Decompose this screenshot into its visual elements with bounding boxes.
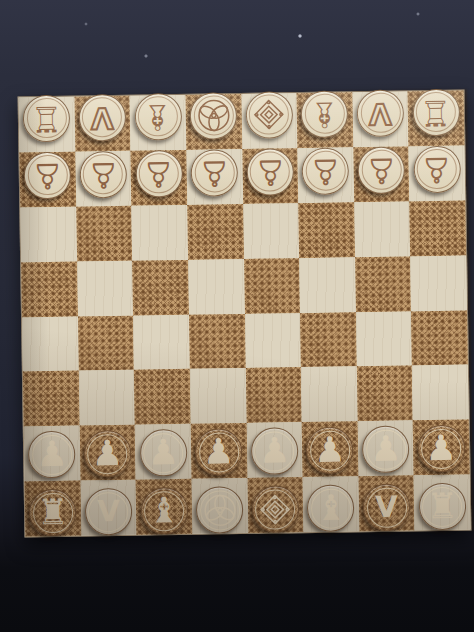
white-king-glyph [257, 491, 294, 528]
square-c3[interactable] [134, 369, 190, 425]
square-e6[interactable] [243, 203, 299, 259]
celtic-knot-icon [251, 97, 288, 134]
square-c4[interactable] [133, 314, 189, 370]
square-d2[interactable]: ♟ [191, 423, 247, 479]
black-pawn-glyph: ♙ [143, 156, 175, 191]
black-knight-glyph: V [369, 99, 392, 128]
triquetra-icon [201, 492, 238, 529]
white-bishop-glyph: ♝ [315, 490, 347, 525]
piece-black-king[interactable] [245, 91, 293, 139]
square-h2[interactable]: ♟ [413, 420, 469, 476]
square-b5[interactable] [77, 260, 133, 316]
square-d7[interactable]: ♙ [186, 149, 242, 205]
piece-black-knight[interactable]: V [78, 94, 126, 142]
square-f7[interactable]: ♙ [298, 147, 354, 203]
piece-black-pawn[interactable]: ♙ [246, 148, 294, 196]
piece-black-pawn[interactable]: ♙ [135, 150, 183, 198]
square-f3[interactable] [301, 367, 357, 423]
square-h5[interactable] [410, 255, 466, 311]
black-pawn-glyph: ♙ [254, 154, 286, 189]
square-b8[interactable]: V [74, 96, 130, 152]
white-rook-glyph: ♜ [37, 495, 69, 530]
square-f5[interactable] [299, 257, 355, 313]
square-a4[interactable] [22, 316, 78, 372]
square-e8[interactable] [241, 93, 297, 149]
black-bishop-glyph: ♗ [309, 96, 341, 131]
white-bishop-glyph: ♝ [148, 493, 180, 528]
square-c5[interactable] [132, 260, 188, 316]
square-e7[interactable]: ♙ [242, 148, 298, 204]
square-a2[interactable]: ♟ [24, 426, 80, 482]
piece-black-rook[interactable]: ♖ [23, 95, 71, 143]
square-g3[interactable] [357, 366, 413, 422]
white-pawn-glyph: ♟ [259, 433, 291, 468]
piece-white-rook[interactable]: ♜ [418, 483, 466, 531]
square-g1[interactable]: V [358, 475, 414, 531]
square-g7[interactable]: ♙ [353, 146, 409, 202]
white-pawn-glyph: ♟ [147, 435, 179, 470]
black-pawn-glyph: ♙ [365, 152, 397, 187]
black-pawn-glyph: ♙ [198, 155, 230, 190]
square-h4[interactable] [411, 310, 467, 366]
square-d5[interactable] [188, 259, 244, 315]
piece-white-pawn[interactable]: ♟ [306, 426, 354, 474]
piece-black-pawn[interactable]: ♙ [79, 151, 127, 199]
white-pawn-glyph: ♟ [36, 437, 68, 472]
piece-black-pawn[interactable]: ♙ [357, 146, 405, 194]
square-c8[interactable]: ♗ [130, 95, 186, 151]
piece-white-pawn[interactable]: ♟ [84, 430, 132, 478]
black-queen-glyph [195, 98, 232, 135]
piece-white-bishop[interactable]: ♝ [307, 484, 355, 532]
black-pawn-glyph: ♙ [310, 153, 342, 188]
square-b7[interactable]: ♙ [75, 151, 131, 207]
white-pawn-glyph: ♟ [314, 433, 346, 468]
square-c7[interactable]: ♙ [131, 150, 187, 206]
square-a6[interactable] [20, 206, 76, 262]
square-h3[interactable] [412, 365, 468, 421]
square-a3[interactable] [23, 371, 79, 427]
chess-board[interactable]: ♖V♗♗V♖♙♙♙♙♙♙♙♙♟♟♟♟♟♟♟♟♜V♝♝V♜ [19, 91, 471, 537]
square-g5[interactable] [355, 256, 411, 312]
white-knight-glyph: V [375, 493, 398, 522]
square-h8[interactable]: ♖ [408, 91, 464, 147]
piece-black-rook[interactable]: ♖ [412, 89, 460, 137]
black-rook-glyph: ♖ [420, 95, 452, 130]
piece-black-knight[interactable]: V [357, 89, 405, 137]
piece-black-queen[interactable] [190, 92, 238, 140]
white-pawn-glyph: ♟ [92, 436, 124, 471]
black-pawn-glyph: ♙ [32, 158, 64, 193]
square-d1[interactable] [191, 478, 247, 534]
chess-board-wrap: ♖V♗♗V♖♙♙♙♙♙♙♙♙♟♟♟♟♟♟♟♟♜V♝♝V♜ [18, 90, 472, 538]
piece-white-pawn[interactable]: ♟ [28, 431, 76, 479]
white-knight-glyph: V [97, 497, 120, 526]
square-g6[interactable] [354, 201, 410, 257]
piece-white-king[interactable] [252, 485, 300, 533]
photo-backdrop: ♖V♗♗V♖♙♙♙♙♙♙♙♙♟♟♟♟♟♟♟♟♜V♝♝V♜ [0, 0, 474, 632]
square-f2[interactable]: ♟ [302, 421, 358, 477]
square-f4[interactable] [300, 312, 356, 368]
square-f6[interactable] [298, 202, 354, 258]
square-b1[interactable]: V [80, 480, 136, 536]
piece-white-rook[interactable]: ♜ [29, 489, 77, 537]
triquetra-icon [195, 98, 232, 135]
piece-white-pawn[interactable]: ♟ [251, 427, 299, 475]
square-e4[interactable] [245, 313, 301, 369]
square-g2[interactable]: ♟ [357, 421, 413, 477]
square-d8[interactable] [185, 94, 241, 150]
square-e5[interactable] [244, 258, 300, 314]
piece-white-queen[interactable] [196, 486, 244, 534]
piece-white-pawn[interactable]: ♟ [195, 428, 243, 476]
white-rook-glyph: ♜ [426, 489, 458, 524]
white-pawn-glyph: ♟ [370, 432, 402, 467]
black-pawn-glyph: ♙ [421, 152, 453, 187]
piece-white-knight[interactable]: V [85, 488, 133, 536]
piece-black-pawn[interactable]: ♙ [24, 152, 72, 200]
black-pawn-glyph: ♙ [87, 157, 119, 192]
black-king-glyph [251, 97, 288, 134]
square-h6[interactable] [410, 200, 466, 256]
piece-white-knight[interactable]: V [363, 483, 411, 531]
square-a7[interactable]: ♙ [19, 152, 75, 208]
square-f1[interactable]: ♝ [303, 476, 359, 532]
black-bishop-glyph: ♗ [142, 99, 174, 134]
piece-black-bishop[interactable]: ♗ [301, 90, 349, 138]
square-e3[interactable] [245, 367, 301, 423]
piece-white-pawn[interactable]: ♟ [417, 425, 465, 473]
square-d4[interactable] [189, 314, 245, 370]
square-g4[interactable] [356, 311, 412, 367]
square-c6[interactable] [132, 205, 188, 261]
square-a5[interactable] [21, 261, 77, 317]
square-e1[interactable] [247, 477, 303, 533]
square-c1[interactable]: ♝ [136, 479, 192, 535]
white-pawn-glyph: ♟ [203, 434, 235, 469]
black-knight-glyph: V [91, 103, 114, 132]
square-b6[interactable] [76, 206, 132, 262]
square-c2[interactable]: ♟ [135, 424, 191, 480]
white-queen-glyph [201, 492, 238, 529]
square-b2[interactable]: ♟ [79, 425, 135, 481]
square-a8[interactable]: ♖ [19, 97, 75, 153]
square-b4[interactable] [78, 315, 134, 371]
piece-black-pawn[interactable]: ♙ [191, 149, 239, 197]
square-h7[interactable]: ♙ [409, 145, 465, 201]
piece-black-pawn[interactable]: ♙ [413, 145, 461, 193]
square-a1[interactable]: ♜ [25, 481, 81, 537]
square-e2[interactable]: ♟ [246, 422, 302, 478]
square-f8[interactable]: ♗ [297, 92, 353, 148]
piece-black-pawn[interactable]: ♙ [302, 147, 350, 195]
piece-white-pawn[interactable]: ♟ [139, 429, 187, 477]
celtic-knot-icon [257, 491, 294, 528]
piece-white-bishop[interactable]: ♝ [140, 487, 188, 535]
piece-black-bishop[interactable]: ♗ [134, 93, 182, 141]
piece-white-pawn[interactable]: ♟ [362, 426, 410, 474]
square-g8[interactable]: V [352, 91, 408, 147]
white-pawn-glyph: ♟ [425, 431, 457, 466]
black-rook-glyph: ♖ [31, 101, 63, 136]
square-d6[interactable] [187, 204, 243, 260]
square-d3[interactable] [190, 368, 246, 424]
square-h1[interactable]: ♜ [414, 475, 470, 531]
square-b3[interactable] [79, 370, 135, 426]
